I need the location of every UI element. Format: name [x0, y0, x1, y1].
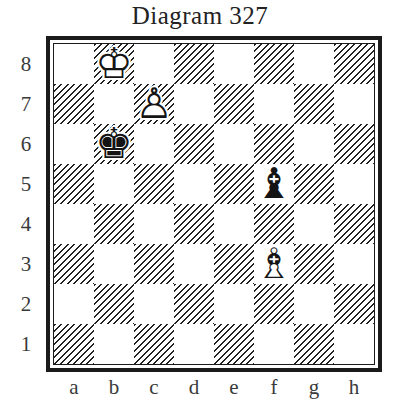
square-h1 — [334, 324, 374, 364]
square-c5 — [134, 164, 174, 204]
square-a5 — [54, 164, 94, 204]
square-d2 — [174, 284, 214, 324]
file-label-e: e — [214, 375, 254, 400]
square-d7 — [174, 84, 214, 124]
square-d5 — [174, 164, 214, 204]
square-g6 — [294, 124, 334, 164]
diagram-page: Diagram 327 87654321 ♚♔♟♙♚♚♝♝♝♗ abcdefgh — [0, 0, 400, 400]
square-g8 — [294, 44, 334, 84]
file-label-f: f — [254, 375, 294, 400]
square-a6 — [54, 124, 94, 164]
square-b1 — [94, 324, 134, 364]
square-h3 — [334, 244, 374, 284]
chess-board: ♚♔♟♙♚♚♝♝♝♗ — [46, 36, 382, 372]
square-e6 — [214, 124, 254, 164]
square-a8 — [54, 44, 94, 84]
square-e2 — [214, 284, 254, 324]
square-g2 — [294, 284, 334, 324]
square-g3 — [294, 244, 334, 284]
square-c8 — [134, 44, 174, 84]
square-f5: ♝♝ — [254, 164, 294, 204]
square-a7 — [54, 84, 94, 124]
square-g5 — [294, 164, 334, 204]
square-b4 — [94, 204, 134, 244]
file-label-g: g — [294, 375, 334, 400]
file-label-h: h — [334, 375, 374, 400]
file-label-a: a — [54, 375, 94, 400]
square-g1 — [294, 324, 334, 364]
square-h8 — [334, 44, 374, 84]
square-a3 — [54, 244, 94, 284]
square-f8 — [254, 44, 294, 84]
black-king-glyph: ♚ — [94, 124, 134, 164]
rank-label-4: 4 — [12, 204, 40, 244]
square-b2 — [94, 284, 134, 324]
file-label-b: b — [94, 375, 134, 400]
square-g7 — [294, 84, 334, 124]
square-e1 — [214, 324, 254, 364]
square-f3: ♝♗ — [254, 244, 294, 284]
square-d3 — [174, 244, 214, 284]
rank-label-1: 1 — [12, 324, 40, 364]
square-e5 — [214, 164, 254, 204]
square-d6 — [174, 124, 214, 164]
square-d8 — [174, 44, 214, 84]
square-b8: ♚♔ — [94, 44, 134, 84]
square-c2 — [134, 284, 174, 324]
black-bishop: ♝♝ — [254, 164, 294, 204]
rank-label-2: 2 — [12, 284, 40, 324]
file-label-d: d — [174, 375, 214, 400]
rank-labels: 87654321 — [12, 44, 40, 364]
square-f1 — [254, 324, 294, 364]
rank-label-3: 3 — [12, 244, 40, 284]
square-a1 — [54, 324, 94, 364]
board-grid: ♚♔♟♙♚♚♝♝♝♗ — [53, 43, 375, 365]
rank-label-6: 6 — [12, 124, 40, 164]
square-f2 — [254, 284, 294, 324]
square-h7 — [334, 84, 374, 124]
square-e7 — [214, 84, 254, 124]
black-king: ♚♚ — [94, 124, 134, 164]
square-h6 — [334, 124, 374, 164]
file-label-c: c — [134, 375, 174, 400]
square-d1 — [174, 324, 214, 364]
square-c3 — [134, 244, 174, 284]
square-c7: ♟♙ — [134, 84, 174, 124]
square-a2 — [54, 284, 94, 324]
white-king: ♚♔ — [94, 44, 134, 84]
square-c1 — [134, 324, 174, 364]
square-b7 — [94, 84, 134, 124]
white-king-glyph: ♔ — [94, 44, 134, 84]
square-b5 — [94, 164, 134, 204]
white-pawn-glyph: ♙ — [134, 84, 174, 124]
square-b6: ♚♚ — [94, 124, 134, 164]
file-labels: abcdefgh — [54, 375, 374, 400]
square-f7 — [254, 84, 294, 124]
square-h2 — [334, 284, 374, 324]
rank-label-5: 5 — [12, 164, 40, 204]
square-f6 — [254, 124, 294, 164]
rank-label-8: 8 — [12, 44, 40, 84]
square-h4 — [334, 204, 374, 244]
square-g4 — [294, 204, 334, 244]
square-h5 — [334, 164, 374, 204]
square-a4 — [54, 204, 94, 244]
square-e8 — [214, 44, 254, 84]
diagram-title: Diagram 327 — [0, 2, 400, 30]
white-pawn: ♟♙ — [134, 84, 174, 124]
square-c6 — [134, 124, 174, 164]
rank-label-7: 7 — [12, 84, 40, 124]
square-b3 — [94, 244, 134, 284]
square-f4 — [254, 204, 294, 244]
white-bishop: ♝♗ — [254, 244, 294, 284]
white-bishop-glyph: ♗ — [254, 244, 294, 284]
square-e4 — [214, 204, 254, 244]
square-d4 — [174, 204, 214, 244]
square-c4 — [134, 204, 174, 244]
black-bishop-glyph: ♝ — [254, 164, 294, 204]
square-e3 — [214, 244, 254, 284]
